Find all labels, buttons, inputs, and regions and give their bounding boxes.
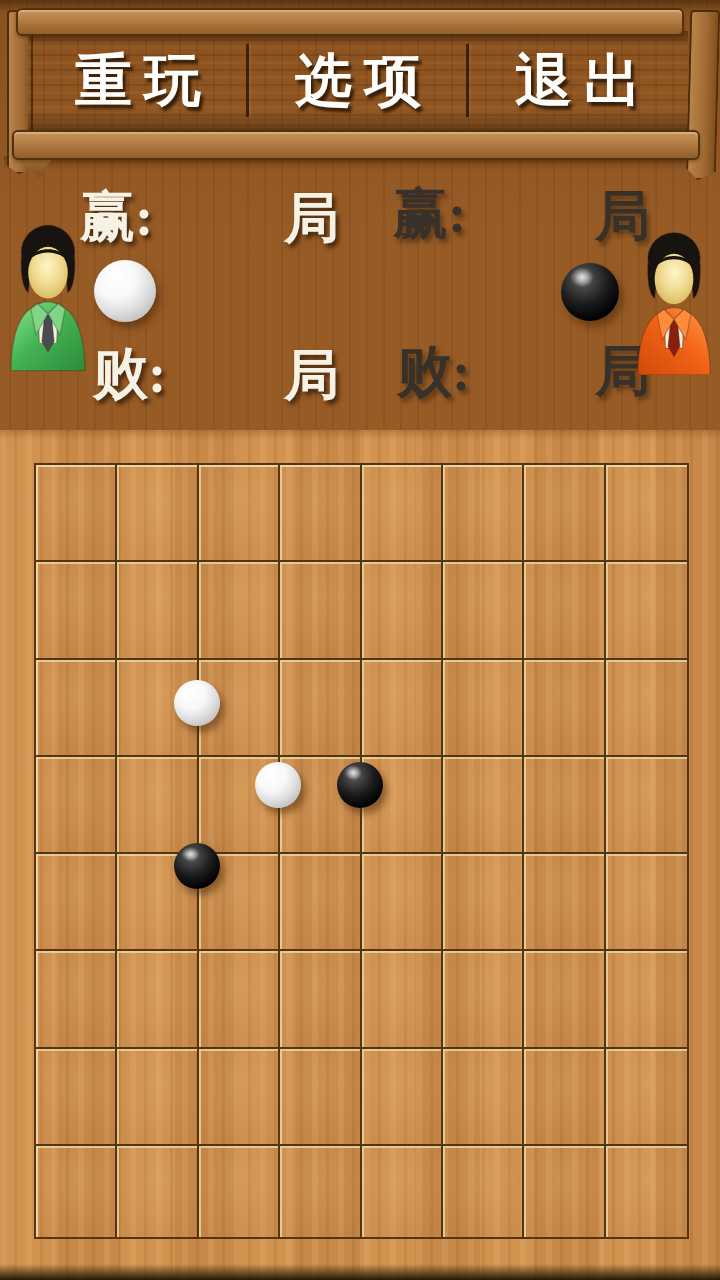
board-cell[interactable] bbox=[606, 660, 687, 757]
black-stone bbox=[174, 843, 220, 889]
board-cell[interactable] bbox=[199, 1049, 280, 1146]
board-cell[interactable] bbox=[117, 562, 198, 659]
board-cell[interactable] bbox=[443, 660, 524, 757]
board-cell[interactable] bbox=[36, 854, 117, 951]
white-stone bbox=[174, 680, 220, 726]
right-win-count bbox=[480, 186, 570, 241]
board-cell[interactable] bbox=[36, 562, 117, 659]
board-cell[interactable] bbox=[524, 562, 605, 659]
gomoku-board-grid bbox=[34, 463, 689, 1239]
board-cell[interactable] bbox=[443, 854, 524, 951]
options-button[interactable]: 选项 bbox=[248, 31, 468, 132]
right-player-black-stone bbox=[561, 263, 619, 321]
board-cell[interactable] bbox=[443, 1146, 524, 1237]
menu-frame-bottom-beam bbox=[12, 130, 700, 160]
board-cell[interactable] bbox=[606, 951, 687, 1048]
left-win-label: 赢: bbox=[80, 189, 153, 244]
right-player-avatar-icon bbox=[630, 215, 718, 375]
board-cell[interactable] bbox=[606, 1146, 687, 1237]
left-loss-count bbox=[170, 346, 260, 401]
left-win-count bbox=[170, 189, 260, 244]
board-cell[interactable] bbox=[36, 465, 117, 562]
replay-button[interactable]: 重玩 bbox=[28, 31, 248, 132]
app-screen: 重玩 选项 退出 赢: bbox=[0, 0, 720, 1280]
board-cell[interactable] bbox=[606, 562, 687, 659]
board-cell[interactable] bbox=[117, 1146, 198, 1237]
board-cell[interactable] bbox=[524, 951, 605, 1048]
board-cell[interactable] bbox=[443, 757, 524, 854]
board-cell[interactable] bbox=[280, 562, 361, 659]
board-cell[interactable] bbox=[280, 1049, 361, 1146]
board-cell[interactable] bbox=[117, 465, 198, 562]
black-stone bbox=[337, 762, 383, 808]
board-cell[interactable] bbox=[362, 1049, 443, 1146]
board-cell[interactable] bbox=[524, 1049, 605, 1146]
board-cell[interactable] bbox=[362, 951, 443, 1048]
left-player-avatar-icon bbox=[5, 202, 91, 376]
board-section bbox=[0, 430, 720, 1280]
white-stone bbox=[255, 762, 301, 808]
board-cell[interactable] bbox=[117, 951, 198, 1048]
board-cell[interactable] bbox=[606, 757, 687, 854]
board-cell[interactable] bbox=[199, 951, 280, 1048]
board-cell[interactable] bbox=[606, 465, 687, 562]
board-cell[interactable] bbox=[362, 660, 443, 757]
board-cell[interactable] bbox=[36, 1146, 117, 1237]
board-cell[interactable] bbox=[280, 465, 361, 562]
board-cell[interactable] bbox=[443, 465, 524, 562]
board-cell[interactable] bbox=[524, 757, 605, 854]
board-cell[interactable] bbox=[199, 465, 280, 562]
board-cell[interactable] bbox=[36, 1049, 117, 1146]
left-loss-label: 败: bbox=[93, 346, 166, 401]
board-cell[interactable] bbox=[524, 854, 605, 951]
board-cell[interactable] bbox=[443, 951, 524, 1048]
board-cell[interactable] bbox=[606, 854, 687, 951]
menu-frame-top-beam bbox=[16, 8, 684, 36]
board-cell[interactable] bbox=[36, 660, 117, 757]
board-cell[interactable] bbox=[117, 757, 198, 854]
right-loss-label: 败: bbox=[397, 344, 470, 399]
board-cell[interactable] bbox=[524, 660, 605, 757]
board-cell[interactable] bbox=[443, 562, 524, 659]
board-cell[interactable] bbox=[362, 465, 443, 562]
board-cell[interactable] bbox=[280, 951, 361, 1048]
board-cell[interactable] bbox=[362, 1146, 443, 1237]
left-loss-unit: 局 bbox=[284, 348, 339, 403]
menu-bar: 重玩 选项 退出 bbox=[28, 31, 688, 132]
board-cell[interactable] bbox=[280, 854, 361, 951]
board-cell[interactable] bbox=[524, 465, 605, 562]
right-win-label: 赢: bbox=[393, 186, 466, 241]
board-cell[interactable] bbox=[199, 562, 280, 659]
board-cell[interactable] bbox=[362, 854, 443, 951]
board-cell[interactable] bbox=[524, 1146, 605, 1237]
left-win-unit: 局 bbox=[284, 191, 339, 246]
board-cell[interactable] bbox=[280, 660, 361, 757]
board-cell[interactable] bbox=[36, 951, 117, 1048]
board-cell[interactable] bbox=[117, 1049, 198, 1146]
board-cell[interactable] bbox=[36, 757, 117, 854]
board-cell[interactable] bbox=[443, 1049, 524, 1146]
board-cell[interactable] bbox=[280, 1146, 361, 1237]
board-cell[interactable] bbox=[606, 1049, 687, 1146]
board-cell[interactable] bbox=[199, 1146, 280, 1237]
bottom-edge-shade bbox=[0, 1264, 720, 1280]
left-player-white-stone bbox=[94, 260, 156, 322]
right-loss-count bbox=[480, 344, 570, 399]
exit-button[interactable]: 退出 bbox=[468, 31, 688, 132]
board-cell[interactable] bbox=[362, 562, 443, 659]
